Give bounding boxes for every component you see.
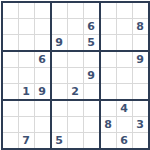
- cell-r9c9[interactable]: [133, 133, 148, 148]
- cell-r4c6[interactable]: [84, 52, 99, 67]
- cell-r7c4[interactable]: [52, 101, 67, 116]
- cell-r5c3[interactable]: [35, 68, 50, 83]
- cell-r1c8[interactable]: [117, 3, 132, 18]
- cell-r5c2[interactable]: [19, 68, 34, 83]
- cell-r6c6[interactable]: [84, 84, 99, 99]
- cell-r5c7[interactable]: [101, 68, 116, 83]
- cell-r4c8[interactable]: [117, 52, 132, 67]
- box-6: 9: [101, 52, 148, 99]
- cell-r6c7[interactable]: [101, 84, 116, 99]
- cell-r2c9[interactable]: 8: [133, 19, 148, 34]
- cell-r6c5[interactable]: 2: [68, 84, 83, 99]
- cell-r6c8[interactable]: [117, 84, 132, 99]
- cell-r7c8[interactable]: 4: [117, 101, 132, 116]
- box-5: 92: [52, 52, 99, 99]
- cell-r2c1[interactable]: [3, 19, 18, 34]
- cell-r8c7[interactable]: 8: [101, 117, 116, 132]
- cell-r6c4[interactable]: [52, 84, 67, 99]
- cell-r3c5[interactable]: [68, 35, 83, 50]
- cell-r2c5[interactable]: [68, 19, 83, 34]
- box-2: 695: [52, 3, 99, 50]
- cell-r3c6[interactable]: 5: [84, 35, 99, 50]
- cell-r3c2[interactable]: [19, 35, 34, 50]
- cell-r2c8[interactable]: [117, 19, 132, 34]
- cell-r3c3[interactable]: [35, 35, 50, 50]
- cell-r9c8[interactable]: 6: [117, 133, 132, 148]
- cell-r2c2[interactable]: [19, 19, 34, 34]
- cell-r8c5[interactable]: [68, 117, 83, 132]
- cell-r3c9[interactable]: [133, 35, 148, 50]
- cell-r9c5[interactable]: [68, 133, 83, 148]
- cell-r6c9[interactable]: [133, 84, 148, 99]
- cell-r1c9[interactable]: [133, 3, 148, 18]
- cell-r7c6[interactable]: [84, 101, 99, 116]
- cell-r8c9[interactable]: 3: [133, 117, 148, 132]
- box-1: [3, 3, 50, 50]
- cell-r8c3[interactable]: [35, 117, 50, 132]
- cell-r4c5[interactable]: [68, 52, 83, 67]
- cell-r1c5[interactable]: [68, 3, 83, 18]
- cell-r4c3[interactable]: 6: [35, 52, 50, 67]
- cell-r9c3[interactable]: [35, 133, 50, 148]
- cell-r8c8[interactable]: [117, 117, 132, 132]
- cell-r5c4[interactable]: [52, 68, 67, 83]
- sudoku-board: 6958619929754836: [1, 1, 150, 150]
- cell-r5c8[interactable]: [117, 68, 132, 83]
- cell-r1c4[interactable]: [52, 3, 67, 18]
- cell-r2c6[interactable]: 6: [84, 19, 99, 34]
- box-3: 8: [101, 3, 148, 50]
- cell-r1c6[interactable]: [84, 3, 99, 18]
- cell-r7c1[interactable]: [3, 101, 18, 116]
- cell-r5c1[interactable]: [3, 68, 18, 83]
- cell-r2c4[interactable]: [52, 19, 67, 34]
- cell-r7c2[interactable]: [19, 101, 34, 116]
- cell-r7c7[interactable]: [101, 101, 116, 116]
- cell-r8c4[interactable]: [52, 117, 67, 132]
- cell-r4c7[interactable]: [101, 52, 116, 67]
- cell-r1c1[interactable]: [3, 3, 18, 18]
- cell-r1c3[interactable]: [35, 3, 50, 18]
- cell-r2c3[interactable]: [35, 19, 50, 34]
- cell-r8c1[interactable]: [3, 117, 18, 132]
- box-4: 619: [3, 52, 50, 99]
- cell-r7c9[interactable]: [133, 101, 148, 116]
- cell-r6c2[interactable]: 1: [19, 84, 34, 99]
- cell-r5c5[interactable]: [68, 68, 83, 83]
- cell-r6c3[interactable]: 9: [35, 84, 50, 99]
- cell-r8c2[interactable]: [19, 117, 34, 132]
- cell-r5c6[interactable]: 9: [84, 68, 99, 83]
- cell-r9c1[interactable]: [3, 133, 18, 148]
- cell-r4c1[interactable]: [3, 52, 18, 67]
- cell-r7c5[interactable]: [68, 101, 83, 116]
- cell-r9c7[interactable]: [101, 133, 116, 148]
- cell-r4c9[interactable]: 9: [133, 52, 148, 67]
- cell-r5c9[interactable]: [133, 68, 148, 83]
- page: 6958619929754836: [0, 0, 150, 150]
- cell-r6c1[interactable]: [3, 84, 18, 99]
- cell-r1c2[interactable]: [19, 3, 34, 18]
- cell-r9c4[interactable]: 5: [52, 133, 67, 148]
- box-7: 7: [3, 101, 50, 148]
- cell-r9c6[interactable]: [84, 133, 99, 148]
- cell-r3c8[interactable]: [117, 35, 132, 50]
- cell-r1c7[interactable]: [101, 3, 116, 18]
- cell-r2c7[interactable]: [101, 19, 116, 34]
- cell-r3c1[interactable]: [3, 35, 18, 50]
- cell-r3c7[interactable]: [101, 35, 116, 50]
- cell-r4c2[interactable]: [19, 52, 34, 67]
- cell-r8c6[interactable]: [84, 117, 99, 132]
- cell-r7c3[interactable]: [35, 101, 50, 116]
- cell-r3c4[interactable]: 9: [52, 35, 67, 50]
- box-9: 4836: [101, 101, 148, 148]
- cell-r4c4[interactable]: [52, 52, 67, 67]
- cell-r9c2[interactable]: 7: [19, 133, 34, 148]
- box-8: 5: [52, 101, 99, 148]
